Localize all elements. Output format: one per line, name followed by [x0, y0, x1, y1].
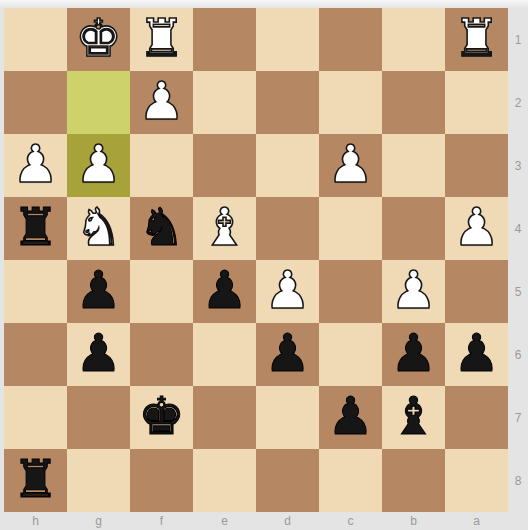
square-f2[interactable]: ♟	[130, 71, 193, 134]
rank-labels: 12345678	[508, 8, 528, 512]
file-label-g: g	[67, 513, 130, 530]
file-label-b: b	[382, 513, 445, 530]
black-bishop-piece[interactable]: ♝	[390, 390, 437, 442]
square-f5[interactable]	[130, 260, 193, 323]
square-e4[interactable]: ♝	[193, 197, 256, 260]
square-a1[interactable]: ♜	[445, 8, 508, 71]
square-g7[interactable]	[67, 386, 130, 449]
square-g4[interactable]: ♞	[67, 197, 130, 260]
square-c3[interactable]: ♟	[319, 134, 382, 197]
white-pawn-piece[interactable]: ♟	[453, 201, 500, 253]
black-pawn-piece[interactable]: ♟	[201, 264, 248, 316]
black-pawn-piece[interactable]: ♟	[75, 264, 122, 316]
square-b1[interactable]	[382, 8, 445, 71]
square-h8[interactable]: ♜	[4, 449, 67, 512]
square-a3[interactable]	[445, 134, 508, 197]
rank-label-1: 1	[508, 8, 528, 71]
file-label-c: c	[319, 513, 382, 530]
white-pawn-piece[interactable]: ♟	[390, 264, 437, 316]
square-d3[interactable]	[256, 134, 319, 197]
black-rook-piece[interactable]: ♜	[12, 453, 59, 505]
square-c5[interactable]	[319, 260, 382, 323]
square-h5[interactable]	[4, 260, 67, 323]
black-king-piece[interactable]: ♚	[138, 390, 185, 442]
square-d7[interactable]	[256, 386, 319, 449]
square-g5[interactable]: ♟	[67, 260, 130, 323]
square-e2[interactable]	[193, 71, 256, 134]
square-h2[interactable]	[4, 71, 67, 134]
square-g3[interactable]: ♟	[67, 134, 130, 197]
square-a4[interactable]: ♟	[445, 197, 508, 260]
square-e8[interactable]	[193, 449, 256, 512]
square-a2[interactable]	[445, 71, 508, 134]
square-d6[interactable]: ♟	[256, 323, 319, 386]
square-b4[interactable]	[382, 197, 445, 260]
rank-label-4: 4	[508, 197, 528, 260]
square-h3[interactable]: ♟	[4, 134, 67, 197]
square-h4[interactable]: ♜	[4, 197, 67, 260]
square-f4[interactable]: ♞	[130, 197, 193, 260]
square-f8[interactable]	[130, 449, 193, 512]
square-b6[interactable]: ♟	[382, 323, 445, 386]
square-f7[interactable]: ♚	[130, 386, 193, 449]
white-pawn-piece[interactable]: ♟	[12, 138, 59, 190]
white-pawn-piece[interactable]: ♟	[327, 138, 374, 190]
square-b8[interactable]	[382, 449, 445, 512]
square-a5[interactable]	[445, 260, 508, 323]
square-h1[interactable]	[4, 8, 67, 71]
square-e7[interactable]	[193, 386, 256, 449]
square-d4[interactable]	[256, 197, 319, 260]
square-d5[interactable]: ♟	[256, 260, 319, 323]
square-a6[interactable]: ♟	[445, 323, 508, 386]
rank-label-7: 7	[508, 386, 528, 449]
square-b2[interactable]	[382, 71, 445, 134]
square-a8[interactable]	[445, 449, 508, 512]
square-c8[interactable]	[319, 449, 382, 512]
square-c1[interactable]	[319, 8, 382, 71]
black-pawn-piece[interactable]: ♟	[453, 327, 500, 379]
square-b7[interactable]: ♝	[382, 386, 445, 449]
black-pawn-piece[interactable]: ♟	[390, 327, 437, 379]
rank-label-3: 3	[508, 134, 528, 197]
white-pawn-piece[interactable]: ♟	[264, 264, 311, 316]
file-label-h: h	[4, 513, 67, 530]
black-pawn-piece[interactable]: ♟	[327, 390, 374, 442]
square-b3[interactable]	[382, 134, 445, 197]
white-rook-piece[interactable]: ♜	[138, 12, 185, 64]
square-c2[interactable]	[319, 71, 382, 134]
black-knight-piece[interactable]: ♞	[138, 201, 185, 253]
square-e5[interactable]: ♟	[193, 260, 256, 323]
white-king-piece[interactable]: ♚	[75, 12, 122, 64]
square-g6[interactable]: ♟	[67, 323, 130, 386]
square-d1[interactable]	[256, 8, 319, 71]
square-g2[interactable]	[67, 71, 130, 134]
white-bishop-piece[interactable]: ♝	[201, 201, 248, 253]
square-c7[interactable]: ♟	[319, 386, 382, 449]
square-e6[interactable]	[193, 323, 256, 386]
file-label-f: f	[130, 513, 193, 530]
square-d8[interactable]	[256, 449, 319, 512]
square-a7[interactable]	[445, 386, 508, 449]
square-e1[interactable]	[193, 8, 256, 71]
rank-label-5: 5	[508, 260, 528, 323]
square-f6[interactable]	[130, 323, 193, 386]
white-rook-piece[interactable]: ♜	[453, 12, 500, 64]
rank-label-2: 2	[508, 71, 528, 134]
white-pawn-piece[interactable]: ♟	[75, 138, 122, 190]
square-c6[interactable]	[319, 323, 382, 386]
black-pawn-piece[interactable]: ♟	[75, 327, 122, 379]
white-knight-piece[interactable]: ♞	[75, 201, 122, 253]
square-b5[interactable]: ♟	[382, 260, 445, 323]
square-c4[interactable]	[319, 197, 382, 260]
rank-label-8: 8	[508, 449, 528, 512]
file-label-d: d	[256, 513, 319, 530]
square-g1[interactable]: ♚	[67, 8, 130, 71]
chess-app-screen: ♚♜♜♟♟♟♟♜♞♞♝♟♟♟♟♟♟♟♟♟♚♟♝♜ 12345678 hgfedc…	[0, 0, 528, 530]
file-label-e: e	[193, 513, 256, 530]
square-h7[interactable]	[4, 386, 67, 449]
square-d2[interactable]	[256, 71, 319, 134]
black-rook-piece[interactable]: ♜	[12, 201, 59, 253]
black-pawn-piece[interactable]: ♟	[264, 327, 311, 379]
file-label-a: a	[445, 513, 508, 530]
square-e3[interactable]	[193, 134, 256, 197]
white-pawn-piece[interactable]: ♟	[138, 75, 185, 127]
square-g8[interactable]	[67, 449, 130, 512]
file-labels: hgfedcba	[4, 513, 508, 530]
chess-board: ♚♜♜♟♟♟♟♜♞♞♝♟♟♟♟♟♟♟♟♟♚♟♝♜	[4, 8, 508, 512]
square-h6[interactable]	[4, 323, 67, 386]
square-f1[interactable]: ♜	[130, 8, 193, 71]
rank-label-6: 6	[508, 323, 528, 386]
square-f3[interactable]	[130, 134, 193, 197]
